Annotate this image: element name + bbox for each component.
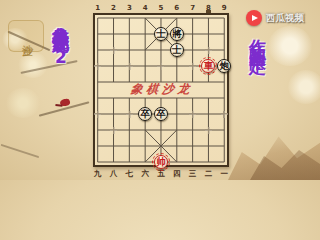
board-intersection: 車 [200, 58, 216, 74]
star-point [153, 58, 169, 74]
board-intersection: 卒 [137, 106, 153, 122]
star-point [185, 106, 201, 122]
star-point [200, 122, 216, 138]
board-grid: 士將士炮卒卒車帅 [90, 10, 232, 170]
file-cn-label: 九 [90, 169, 106, 179]
xiangqi-board[interactable]: 象棋沙龙 士將士炮卒卒車帅 [93, 13, 229, 167]
board-intersection: 將 [169, 26, 185, 42]
star-point-mark [110, 47, 117, 54]
star-point-mark [157, 63, 164, 70]
piece-black-advisor[interactable]: 士 [170, 43, 184, 57]
file-cn-label: 六 [137, 169, 153, 179]
piece-red-chariot[interactable]: 車 [201, 59, 215, 73]
piece-black-advisor[interactable]: 士 [154, 27, 168, 41]
file-cn-label: 一 [216, 169, 232, 179]
file-cn-label: 二 [200, 169, 216, 179]
board-intersection: 炮 [216, 58, 232, 74]
file-cn-label: 四 [169, 169, 185, 179]
piece-black-pawn[interactable]: 卒 [154, 107, 168, 121]
piece-black-cannon[interactable]: 炮 [217, 59, 231, 73]
star-point [121, 58, 137, 74]
flower-decoration [268, 26, 312, 66]
star-point-mark [126, 63, 133, 70]
mountain-decoration [228, 118, 320, 180]
star-point-mark [94, 63, 101, 70]
star-point [90, 58, 106, 74]
board-intersection: 士 [169, 42, 185, 58]
star-point-mark [94, 111, 101, 118]
star-point [90, 106, 106, 122]
flower-decoration [288, 70, 320, 104]
board-intersection: 帅 [153, 154, 169, 170]
star-point [106, 42, 122, 58]
star-point-mark [205, 47, 212, 54]
file-cn-label: 八 [106, 169, 122, 179]
branch-decoration [1, 144, 40, 158]
star-point-mark [205, 127, 212, 134]
star-point [106, 122, 122, 138]
star-point-mark [110, 127, 117, 134]
play-icon [246, 10, 262, 26]
video-watermark: 西瓜视频 [246, 10, 304, 26]
piece-red-general[interactable]: 帅 [154, 155, 168, 169]
star-point-mark [221, 111, 228, 118]
flower-decoration [18, 52, 48, 78]
star-point [185, 58, 201, 74]
star-point-mark [126, 111, 133, 118]
star-point [216, 106, 232, 122]
left-title: 象棋竞赛规则02 [50, 13, 73, 175]
piece-black-pawn[interactable]: 卒 [138, 107, 152, 121]
star-point [121, 106, 137, 122]
piece-black-general[interactable]: 將 [170, 27, 184, 41]
star-point-mark [189, 63, 196, 70]
corner-stamp: 金沙 [8, 20, 44, 52]
star-point-mark [189, 111, 196, 118]
board-intersection: 士 [153, 26, 169, 42]
file-cn-label: 三 [185, 169, 201, 179]
star-point [200, 42, 216, 58]
flower-decoration [6, 88, 40, 118]
file-cn-label: 七 [121, 169, 137, 179]
video-watermark-label: 西瓜视频 [266, 12, 304, 25]
board-intersection: 卒 [153, 106, 169, 122]
right-title: 作负的基本限定 [247, 26, 270, 178]
